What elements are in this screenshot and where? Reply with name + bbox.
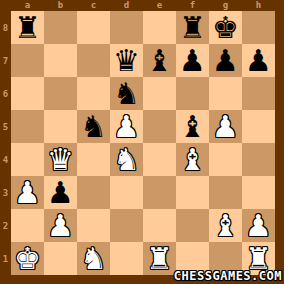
black-knight: ♞ (80, 112, 107, 142)
white-pawn: ♟ (14, 178, 41, 208)
rank-label-2: 2 (0, 209, 11, 242)
white-pawn: ♟ (47, 211, 74, 241)
square-e1[interactable]: ♜ (143, 242, 176, 275)
square-h2[interactable]: ♟ (242, 209, 275, 242)
black-queen: ♛ (113, 46, 140, 76)
chess-diagram: abcdefgh 87654321 ♜♜♚♛♝♟♟♟♞♞♟♝♟♛♞♝♟♟♟♝♟♚… (0, 0, 284, 284)
rank-label-1: 1 (0, 242, 11, 275)
square-a6[interactable] (11, 77, 44, 110)
square-e4[interactable] (143, 143, 176, 176)
square-f2[interactable] (176, 209, 209, 242)
square-h5[interactable] (242, 110, 275, 143)
rank-label-5: 5 (0, 110, 11, 143)
white-rook: ♜ (146, 244, 173, 274)
white-queen: ♛ (47, 145, 74, 175)
black-bishop: ♝ (146, 46, 173, 76)
black-bishop: ♝ (179, 112, 206, 142)
square-f5[interactable]: ♝ (176, 110, 209, 143)
square-a7[interactable] (11, 44, 44, 77)
white-knight: ♞ (113, 145, 140, 175)
square-e6[interactable] (143, 77, 176, 110)
white-bishop: ♝ (212, 211, 239, 241)
square-f4[interactable]: ♝ (176, 143, 209, 176)
square-a2[interactable] (11, 209, 44, 242)
black-rook: ♜ (14, 13, 41, 43)
square-h3[interactable] (242, 176, 275, 209)
square-e8[interactable] (143, 11, 176, 44)
square-g5[interactable]: ♟ (209, 110, 242, 143)
square-c8[interactable] (77, 11, 110, 44)
square-h6[interactable] (242, 77, 275, 110)
chess-board: ♜♜♚♛♝♟♟♟♞♞♟♝♟♛♞♝♟♟♟♝♟♚♞♜♜ (11, 11, 275, 275)
rank-labels: 87654321 (0, 11, 11, 275)
file-label-d: d (110, 0, 143, 11)
square-e5[interactable] (143, 110, 176, 143)
square-b7[interactable] (44, 44, 77, 77)
black-pawn: ♟ (212, 46, 239, 76)
square-h4[interactable] (242, 143, 275, 176)
square-d8[interactable] (110, 11, 143, 44)
square-g7[interactable]: ♟ (209, 44, 242, 77)
black-rook: ♜ (179, 13, 206, 43)
square-a3[interactable]: ♟ (11, 176, 44, 209)
square-d5[interactable]: ♟ (110, 110, 143, 143)
white-knight: ♞ (80, 244, 107, 274)
black-knight: ♞ (113, 79, 140, 109)
square-b2[interactable]: ♟ (44, 209, 77, 242)
square-c7[interactable] (77, 44, 110, 77)
site-watermark: CHESSGAMES.COM (174, 269, 282, 283)
square-e2[interactable] (143, 209, 176, 242)
square-g2[interactable]: ♝ (209, 209, 242, 242)
file-label-h: h (242, 0, 275, 11)
black-pawn: ♟ (47, 178, 74, 208)
square-h8[interactable] (242, 11, 275, 44)
black-pawn: ♟ (245, 46, 272, 76)
square-a4[interactable] (11, 143, 44, 176)
square-b4[interactable]: ♛ (44, 143, 77, 176)
square-b6[interactable] (44, 77, 77, 110)
file-label-b: b (44, 0, 77, 11)
black-king: ♚ (212, 13, 239, 43)
square-e7[interactable]: ♝ (143, 44, 176, 77)
square-h7[interactable]: ♟ (242, 44, 275, 77)
square-d2[interactable] (110, 209, 143, 242)
square-e3[interactable] (143, 176, 176, 209)
rank-label-4: 4 (0, 143, 11, 176)
square-b8[interactable] (44, 11, 77, 44)
square-c5[interactable]: ♞ (77, 110, 110, 143)
square-a5[interactable] (11, 110, 44, 143)
white-pawn: ♟ (212, 112, 239, 142)
rank-label-7: 7 (0, 44, 11, 77)
square-g4[interactable] (209, 143, 242, 176)
square-b1[interactable] (44, 242, 77, 275)
square-a8[interactable]: ♜ (11, 11, 44, 44)
square-a1[interactable]: ♚ (11, 242, 44, 275)
square-c4[interactable] (77, 143, 110, 176)
square-g6[interactable] (209, 77, 242, 110)
square-d3[interactable] (110, 176, 143, 209)
square-b5[interactable] (44, 110, 77, 143)
rank-label-8: 8 (0, 11, 11, 44)
square-d7[interactable]: ♛ (110, 44, 143, 77)
square-d1[interactable] (110, 242, 143, 275)
square-g8[interactable]: ♚ (209, 11, 242, 44)
rank-label-3: 3 (0, 176, 11, 209)
file-label-c: c (77, 0, 110, 11)
black-pawn: ♟ (179, 46, 206, 76)
white-pawn: ♟ (113, 112, 140, 142)
square-c1[interactable]: ♞ (77, 242, 110, 275)
white-king: ♚ (14, 244, 41, 274)
square-c6[interactable] (77, 77, 110, 110)
square-f6[interactable] (176, 77, 209, 110)
square-c2[interactable] (77, 209, 110, 242)
square-f7[interactable]: ♟ (176, 44, 209, 77)
square-d6[interactable]: ♞ (110, 77, 143, 110)
square-f8[interactable]: ♜ (176, 11, 209, 44)
rank-label-6: 6 (0, 77, 11, 110)
square-c3[interactable] (77, 176, 110, 209)
white-pawn: ♟ (245, 211, 272, 241)
square-b3[interactable]: ♟ (44, 176, 77, 209)
file-label-e: e (143, 0, 176, 11)
square-d4[interactable]: ♞ (110, 143, 143, 176)
square-f3[interactable] (176, 176, 209, 209)
square-g3[interactable] (209, 176, 242, 209)
white-bishop: ♝ (179, 145, 206, 175)
